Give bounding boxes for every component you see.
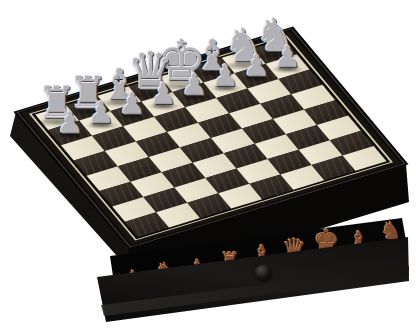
chess-set-photo: ♜♜♝♛♚♝♞♞♟♟♟♟♟♟♟♟♟♞♟♜♝♛♚♝♞ [0, 0, 416, 329]
drawer-knob-icon [255, 265, 272, 280]
